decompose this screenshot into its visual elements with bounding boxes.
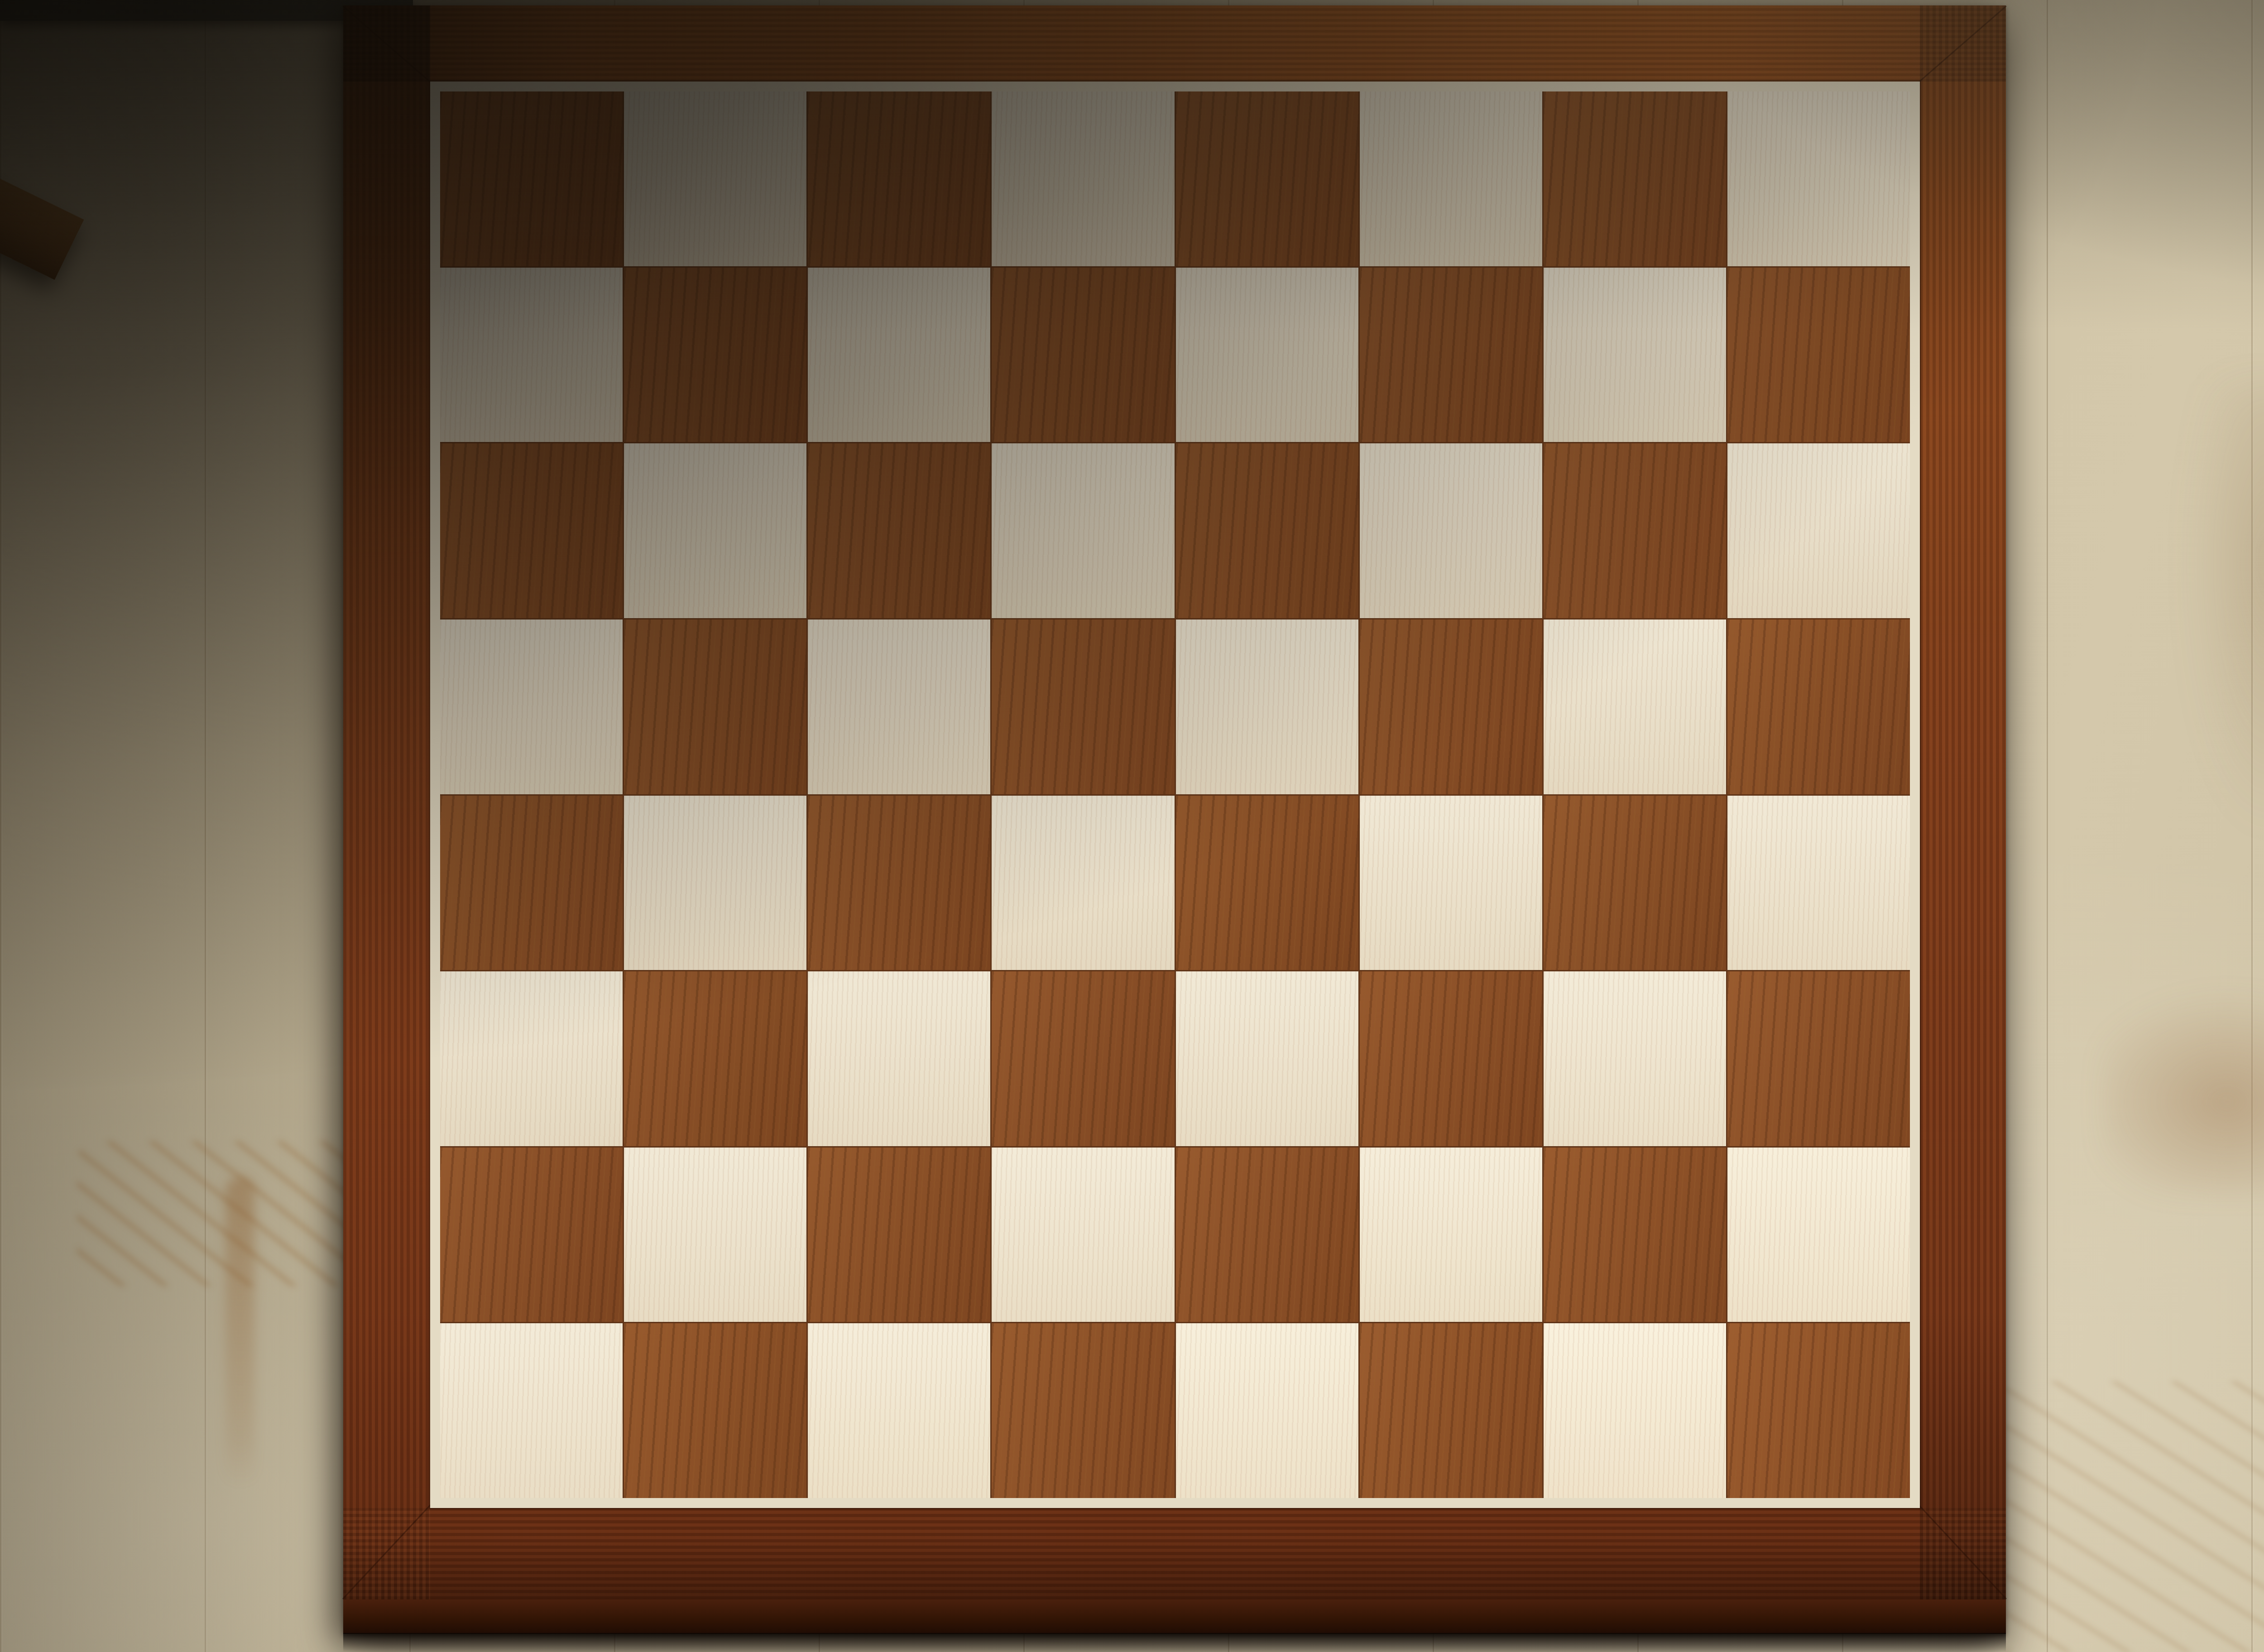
square-r7c6-light (1544, 1323, 1726, 1498)
board-front-edge (343, 1599, 2006, 1634)
square-r6c4-dark (1176, 1148, 1358, 1322)
square-r3c0-light (440, 619, 623, 794)
square-r6c7-light (1727, 1148, 1910, 1322)
square-r6c2-dark (808, 1148, 990, 1322)
square-r7c7-dark (1727, 1323, 1910, 1498)
square-r2c3-light (992, 443, 1174, 618)
square-r0c4-dark (1176, 91, 1358, 266)
square-r1c0-light (440, 268, 623, 442)
square-r5c6-light (1544, 971, 1726, 1146)
square-r1c4-light (1176, 268, 1358, 442)
square-r3c7-dark (1727, 619, 1910, 794)
square-r3c3-dark (992, 619, 1174, 794)
frame-mitre-seam-top-left (342, 5, 431, 82)
frame-rail-right (1920, 5, 2006, 1634)
square-r3c2-light (808, 619, 990, 794)
square-r2c0-dark (440, 443, 623, 618)
square-r4c5-light (1360, 796, 1542, 970)
frame-rail-bottom (343, 1508, 2006, 1599)
square-r2c4-dark (1176, 443, 1358, 618)
square-r2c5-light (1360, 443, 1542, 618)
maple-inlay-border (430, 82, 1920, 1508)
square-r7c3-dark (992, 1323, 1174, 1498)
square-r4c7-light (1727, 796, 1910, 970)
square-r7c4-light (1176, 1323, 1358, 1498)
square-r0c0-dark (440, 91, 623, 266)
square-r7c1-dark (624, 1323, 806, 1498)
square-r0c7-light (1727, 91, 1910, 266)
frame-mitre-seam-top-right (1919, 5, 2007, 82)
square-r2c2-dark (808, 443, 990, 618)
board-grid (440, 91, 1910, 1498)
square-r6c1-light (624, 1148, 806, 1322)
square-r1c7-dark (1727, 268, 1910, 442)
chessboard (343, 5, 2006, 1634)
square-r7c2-light (808, 1323, 990, 1498)
square-r3c4-light (1176, 619, 1358, 794)
square-r2c1-light (624, 443, 806, 618)
square-r5c4-light (1176, 971, 1358, 1146)
square-r5c5-dark (1360, 971, 1542, 1146)
square-r6c0-dark (440, 1148, 623, 1322)
square-r5c3-dark (992, 971, 1174, 1146)
square-r6c3-light (992, 1148, 1174, 1322)
square-r4c3-light (992, 796, 1174, 970)
square-r2c6-dark (1544, 443, 1726, 618)
square-r1c5-dark (1360, 268, 1542, 442)
square-r0c5-light (1360, 91, 1542, 266)
square-r7c0-light (440, 1323, 623, 1498)
frame-rail-left (343, 5, 430, 1634)
frame-mitre-seam-bottom-left (342, 1499, 436, 1599)
square-r1c3-dark (992, 268, 1174, 442)
square-r1c1-dark (624, 268, 806, 442)
square-r4c1-light (624, 796, 806, 970)
board-shadow (343, 1633, 2006, 1652)
square-r3c6-light (1544, 619, 1726, 794)
square-r3c1-dark (624, 619, 806, 794)
square-r1c2-light (808, 268, 990, 442)
square-r0c3-light (992, 91, 1174, 266)
square-r7c5-dark (1360, 1323, 1542, 1498)
square-r6c5-light (1360, 1148, 1542, 1322)
square-r4c6-dark (1544, 796, 1726, 970)
frame-mitre-seam-bottom-right (1913, 1499, 2007, 1599)
square-r5c2-light (808, 971, 990, 1146)
square-r4c2-dark (808, 796, 990, 970)
square-r0c2-dark (808, 91, 990, 266)
square-r3c5-dark (1360, 619, 1542, 794)
frame-rail-top (343, 5, 2006, 82)
square-r5c1-dark (624, 971, 806, 1146)
square-r2c7-light (1727, 443, 1910, 618)
photo-scene (0, 0, 2264, 1652)
square-r4c4-dark (1176, 796, 1358, 970)
square-r0c1-light (624, 91, 806, 266)
square-r6c6-dark (1544, 1148, 1726, 1322)
square-r1c6-light (1544, 268, 1726, 442)
square-r5c7-dark (1727, 971, 1910, 1146)
square-r5c0-light (440, 971, 623, 1146)
square-r4c0-dark (440, 796, 623, 970)
square-r0c6-dark (1544, 91, 1726, 266)
